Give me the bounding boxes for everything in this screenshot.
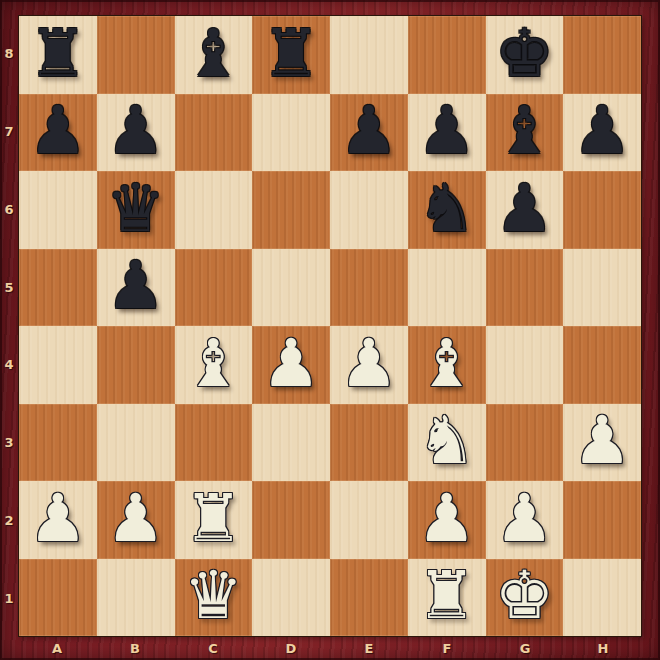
square-a1[interactable] [19,559,97,637]
square-d2[interactable] [252,481,330,559]
square-g7[interactable]: ♝ [486,94,564,172]
square-b4[interactable] [97,326,175,404]
square-d7[interactable] [252,94,330,172]
square-f5[interactable] [408,249,486,327]
square-d3[interactable] [252,404,330,482]
square-c6[interactable] [175,171,253,249]
white-king[interactable]: ♚ [495,563,554,629]
square-g8[interactable]: ♚ [486,16,564,94]
square-e6[interactable] [330,171,408,249]
square-b2[interactable]: ♟ [97,481,175,559]
square-c2[interactable]: ♜ [175,481,253,559]
square-h7[interactable]: ♟ [563,94,641,172]
square-e5[interactable] [330,249,408,327]
square-c4[interactable]: ♝ [175,326,253,404]
square-e1[interactable] [330,559,408,637]
square-d8[interactable]: ♜ [252,16,330,94]
square-c5[interactable] [175,249,253,327]
square-e8[interactable] [330,16,408,94]
black-pawn[interactable]: ♟ [339,98,398,164]
white-pawn[interactable]: ♟ [495,486,554,552]
white-queen[interactable]: ♛ [184,563,243,629]
rank-label-3: 3 [0,404,18,482]
square-h6[interactable] [563,171,641,249]
black-pawn[interactable]: ♟ [106,98,165,164]
square-g2[interactable]: ♟ [486,481,564,559]
rank-label-8: 8 [0,15,18,93]
square-a2[interactable]: ♟ [19,481,97,559]
square-f7[interactable]: ♟ [408,94,486,172]
black-pawn[interactable]: ♟ [28,98,87,164]
file-label-h: H [564,637,642,660]
black-pawn[interactable]: ♟ [495,176,554,242]
square-d4[interactable]: ♟ [252,326,330,404]
white-bishop[interactable]: ♝ [417,331,476,397]
white-pawn[interactable]: ♟ [262,331,321,397]
black-king[interactable]: ♚ [495,21,554,87]
chess-board-frame: ♜♝♜♚♟♟♟♟♝♟♛♞♟♟♝♟♟♝♞♟♟♟♜♟♟♛♜♚ 87654321 AB… [0,0,660,660]
square-f2[interactable]: ♟ [408,481,486,559]
rank-label-2: 2 [0,482,18,560]
square-f4[interactable]: ♝ [408,326,486,404]
square-h2[interactable] [563,481,641,559]
square-b7[interactable]: ♟ [97,94,175,172]
square-c1[interactable]: ♛ [175,559,253,637]
square-h4[interactable] [563,326,641,404]
white-rook[interactable]: ♜ [417,563,476,629]
square-e3[interactable] [330,404,408,482]
square-a8[interactable]: ♜ [19,16,97,94]
square-b6[interactable]: ♛ [97,171,175,249]
rank-label-5: 5 [0,248,18,326]
file-label-d: D [252,637,330,660]
black-pawn[interactable]: ♟ [573,98,632,164]
rank-label-7: 7 [0,93,18,171]
white-pawn[interactable]: ♟ [339,331,398,397]
square-f1[interactable]: ♜ [408,559,486,637]
square-f6[interactable]: ♞ [408,171,486,249]
square-a6[interactable] [19,171,97,249]
black-bishop[interactable]: ♝ [184,21,243,87]
square-b3[interactable] [97,404,175,482]
square-b8[interactable] [97,16,175,94]
square-g5[interactable] [486,249,564,327]
white-knight[interactable]: ♞ [417,408,476,474]
square-a3[interactable] [19,404,97,482]
file-label-c: C [174,637,252,660]
rank-labels: 87654321 [0,15,18,637]
square-c8[interactable]: ♝ [175,16,253,94]
square-f3[interactable]: ♞ [408,404,486,482]
square-d1[interactable] [252,559,330,637]
square-a4[interactable] [19,326,97,404]
rank-label-1: 1 [0,559,18,637]
file-label-g: G [486,637,564,660]
black-rook[interactable]: ♜ [262,21,321,87]
square-e7[interactable]: ♟ [330,94,408,172]
black-pawn[interactable]: ♟ [417,98,476,164]
square-d5[interactable] [252,249,330,327]
black-knight[interactable]: ♞ [417,176,476,242]
black-pawn[interactable]: ♟ [106,253,165,319]
file-label-a: A [18,637,96,660]
square-e4[interactable]: ♟ [330,326,408,404]
rank-label-4: 4 [0,326,18,404]
square-c7[interactable] [175,94,253,172]
file-label-e: E [330,637,408,660]
white-pawn[interactable]: ♟ [28,486,87,552]
white-pawn[interactable]: ♟ [106,486,165,552]
square-f8[interactable] [408,16,486,94]
square-h1[interactable] [563,559,641,637]
square-g3[interactable] [486,404,564,482]
square-a5[interactable] [19,249,97,327]
black-queen[interactable]: ♛ [106,176,165,242]
square-g6[interactable]: ♟ [486,171,564,249]
file-label-b: B [96,637,174,660]
square-b1[interactable] [97,559,175,637]
square-b5[interactable]: ♟ [97,249,175,327]
chess-board: ♜♝♜♚♟♟♟♟♝♟♛♞♟♟♝♟♟♝♞♟♟♟♜♟♟♛♜♚ [18,15,642,637]
square-h5[interactable] [563,249,641,327]
square-d6[interactable] [252,171,330,249]
white-pawn[interactable]: ♟ [417,486,476,552]
black-bishop[interactable]: ♝ [495,98,554,164]
square-c3[interactable] [175,404,253,482]
white-rook[interactable]: ♜ [184,486,243,552]
square-e2[interactable] [330,481,408,559]
square-h3[interactable]: ♟ [563,404,641,482]
white-bishop[interactable]: ♝ [184,331,243,397]
black-rook[interactable]: ♜ [28,21,87,87]
file-label-f: F [408,637,486,660]
file-labels: ABCDEFGH [18,637,642,660]
white-pawn[interactable]: ♟ [573,408,632,474]
square-h8[interactable] [563,16,641,94]
square-g4[interactable] [486,326,564,404]
rank-label-6: 6 [0,171,18,249]
square-g1[interactable]: ♚ [486,559,564,637]
square-a7[interactable]: ♟ [19,94,97,172]
